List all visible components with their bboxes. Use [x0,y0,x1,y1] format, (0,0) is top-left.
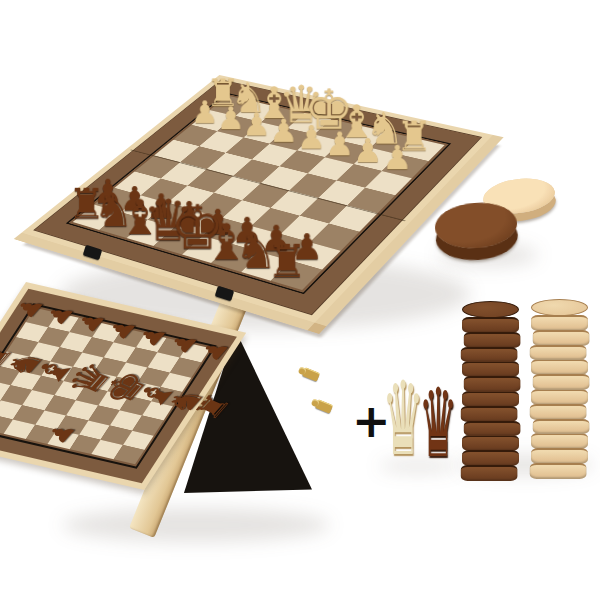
white-pawn: ♟ [270,115,299,147]
dark-stack-disc [461,406,518,422]
folded-square [60,332,91,352]
light-stack-disc [530,345,587,361]
white-pawn: ♟ [217,102,245,133]
dark-checker-disc [434,200,519,251]
folded-square [13,405,44,425]
product-photo-chess-set: ♜♞♝♛♚♝♞♜♟♟♟♟♟♟♟♟♟♟♟♟♟♟♟♟♜♞♝♛♚♝♞♜ ♟♟♟♟♟♟♟… [0,0,600,600]
dark-stack-disc [462,391,519,407]
folded-square [22,390,53,410]
chess-grid: ♜♞♝♛♚♝♞♜♟♟♟♟♟♟♟♟♟♟♟♟♟♟♟♟♜♞♝♛♚♝♞♜ [73,96,445,290]
light-stack-disc [531,389,588,405]
folded-square [38,327,69,347]
folded-square [4,419,35,439]
checker-pair-shadow [438,244,538,266]
white-pawn: ♟ [243,108,271,140]
white-pawn: ♟ [297,121,326,153]
brass-hinge-top [302,367,320,381]
white-pawn: ♟ [354,134,384,167]
light-stack-disc [530,404,587,420]
brass-hinge-bottom [315,399,333,413]
folded-square [123,430,154,450]
light-checkers-stack [531,299,588,479]
white-pawn: ♟ [383,141,413,174]
folded-square [16,322,47,342]
folded-square [0,380,10,400]
dark-stack-top [462,301,519,318]
dark-stack-disc [464,421,521,437]
light-stack-disc [533,419,590,435]
folded-square [44,395,75,415]
light-stack-disc [530,463,587,479]
dark-stack-disc [464,376,521,392]
light-stack-disc [533,330,590,346]
light-stack-top [531,299,588,316]
light-stack-disc [531,315,588,331]
folded-square [101,425,132,445]
folded-square [0,400,22,420]
folded-square [88,406,119,426]
folded-square [126,348,157,368]
folded-square [132,416,163,436]
folded-square [110,411,141,431]
black-rook: ♜ [267,239,308,284]
folded-square [0,414,13,434]
dark-stack-disc [462,450,519,466]
square-h2: ♟ [382,154,428,178]
light-stack-disc [533,374,590,390]
light-stack-disc [531,433,588,449]
folded-square [82,337,113,357]
dark-stack-disc [461,347,518,363]
dark-stack-disc [461,465,518,481]
folded-square [113,445,144,465]
white-pawn: ♟ [191,96,219,127]
folded-square [91,440,122,460]
dark-stack-disc [462,317,519,333]
dark-stack-disc [462,361,519,377]
folded-square [170,358,201,378]
folded-square [66,400,97,420]
light-stack-disc [531,359,588,375]
light-stack-disc [531,448,588,464]
folded-square [104,342,135,362]
folded-board-shadow [62,508,330,542]
dark-stack-disc [462,435,519,451]
folded-square [0,385,31,405]
folded-square [148,353,179,373]
dark-checkers-stack [462,301,519,481]
dark-stack-disc [464,332,521,348]
white-pawn: ♟ [325,127,354,160]
sample-queen-dark: ♛ [410,376,465,471]
